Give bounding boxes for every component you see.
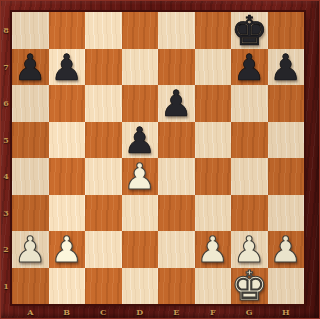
file-label-f: F — [195, 305, 232, 318]
square-c3[interactable] — [85, 195, 122, 232]
square-f3[interactable] — [195, 195, 232, 232]
piece-black-pawn: ♟ — [268, 49, 305, 86]
piece-black-king: ♚ — [231, 12, 268, 49]
file-label-b: B — [49, 305, 86, 318]
square-b6[interactable] — [49, 85, 86, 122]
square-g1[interactable]: ♚ — [231, 268, 268, 305]
square-f2[interactable]: ♟ — [195, 231, 232, 268]
square-e7[interactable] — [158, 49, 195, 86]
rank-label-5: 5 — [0, 122, 12, 159]
square-f1[interactable] — [195, 268, 232, 305]
square-g3[interactable] — [231, 195, 268, 232]
file-label-d: D — [122, 305, 159, 318]
rank-label-1: 1 — [0, 268, 12, 305]
square-b3[interactable] — [49, 195, 86, 232]
square-a3[interactable] — [12, 195, 49, 232]
square-c5[interactable] — [85, 122, 122, 159]
square-a6[interactable] — [12, 85, 49, 122]
square-c6[interactable] — [85, 85, 122, 122]
square-g2[interactable]: ♟ — [231, 231, 268, 268]
file-label-a: A — [12, 305, 49, 318]
piece-white-pawn: ♟ — [122, 158, 159, 195]
square-e5[interactable] — [158, 122, 195, 159]
square-a1[interactable] — [12, 268, 49, 305]
square-e4[interactable] — [158, 158, 195, 195]
square-g4[interactable] — [231, 158, 268, 195]
rank-label-4: 4 — [0, 158, 12, 195]
square-d6[interactable] — [122, 85, 159, 122]
square-d5[interactable]: ♟ — [122, 122, 159, 159]
square-c2[interactable] — [85, 231, 122, 268]
chess-board-frame: 87654321 ♚♟♟♟♟♟♟♟♟♟♟♟♟♚ ABCDEFGH — [0, 0, 320, 319]
square-a8[interactable] — [12, 12, 49, 49]
chess-board: ♚♟♟♟♟♟♟♟♟♟♟♟♟♚ — [12, 12, 304, 304]
square-e8[interactable] — [158, 12, 195, 49]
square-e3[interactable] — [158, 195, 195, 232]
piece-white-pawn: ♟ — [268, 231, 305, 268]
square-a4[interactable] — [12, 158, 49, 195]
square-d1[interactable] — [122, 268, 159, 305]
square-e2[interactable] — [158, 231, 195, 268]
file-labels: ABCDEFGH — [12, 305, 304, 318]
file-label-c: C — [85, 305, 122, 318]
square-b5[interactable] — [49, 122, 86, 159]
square-b7[interactable]: ♟ — [49, 49, 86, 86]
square-e6[interactable]: ♟ — [158, 85, 195, 122]
square-d7[interactable] — [122, 49, 159, 86]
square-f4[interactable] — [195, 158, 232, 195]
square-g7[interactable]: ♟ — [231, 49, 268, 86]
square-f6[interactable] — [195, 85, 232, 122]
square-h1[interactable] — [268, 268, 305, 305]
square-e1[interactable] — [158, 268, 195, 305]
piece-black-pawn: ♟ — [49, 49, 86, 86]
rank-label-8: 8 — [0, 12, 12, 49]
square-b4[interactable] — [49, 158, 86, 195]
rank-labels: 87654321 — [0, 12, 12, 304]
square-d2[interactable] — [122, 231, 159, 268]
square-a2[interactable]: ♟ — [12, 231, 49, 268]
file-label-g: G — [231, 305, 268, 318]
piece-white-king: ♚ — [231, 268, 268, 305]
square-h6[interactable] — [268, 85, 305, 122]
square-g8[interactable]: ♚ — [231, 12, 268, 49]
square-d3[interactable] — [122, 195, 159, 232]
square-c7[interactable] — [85, 49, 122, 86]
square-b8[interactable] — [49, 12, 86, 49]
square-h3[interactable] — [268, 195, 305, 232]
square-h4[interactable] — [268, 158, 305, 195]
square-d4[interactable]: ♟ — [122, 158, 159, 195]
piece-white-pawn: ♟ — [12, 231, 49, 268]
file-label-h: H — [268, 305, 305, 318]
rank-label-7: 7 — [0, 49, 12, 86]
square-d8[interactable] — [122, 12, 159, 49]
square-h5[interactable] — [268, 122, 305, 159]
rank-label-6: 6 — [0, 85, 12, 122]
piece-white-pawn: ♟ — [49, 231, 86, 268]
piece-black-pawn: ♟ — [231, 49, 268, 86]
square-h8[interactable] — [268, 12, 305, 49]
square-c4[interactable] — [85, 158, 122, 195]
square-h7[interactable]: ♟ — [268, 49, 305, 86]
square-h2[interactable]: ♟ — [268, 231, 305, 268]
square-a7[interactable]: ♟ — [12, 49, 49, 86]
square-f7[interactable] — [195, 49, 232, 86]
square-f5[interactable] — [195, 122, 232, 159]
piece-black-pawn: ♟ — [158, 85, 195, 122]
piece-black-pawn: ♟ — [122, 122, 159, 159]
square-g5[interactable] — [231, 122, 268, 159]
rank-label-3: 3 — [0, 195, 12, 232]
square-b1[interactable] — [49, 268, 86, 305]
file-label-e: E — [158, 305, 195, 318]
square-a5[interactable] — [12, 122, 49, 159]
square-f8[interactable] — [195, 12, 232, 49]
piece-black-pawn: ♟ — [12, 49, 49, 86]
square-b2[interactable]: ♟ — [49, 231, 86, 268]
rank-label-2: 2 — [0, 231, 12, 268]
square-c8[interactable] — [85, 12, 122, 49]
piece-white-pawn: ♟ — [195, 231, 232, 268]
piece-white-pawn: ♟ — [231, 231, 268, 268]
square-g6[interactable] — [231, 85, 268, 122]
square-c1[interactable] — [85, 268, 122, 305]
